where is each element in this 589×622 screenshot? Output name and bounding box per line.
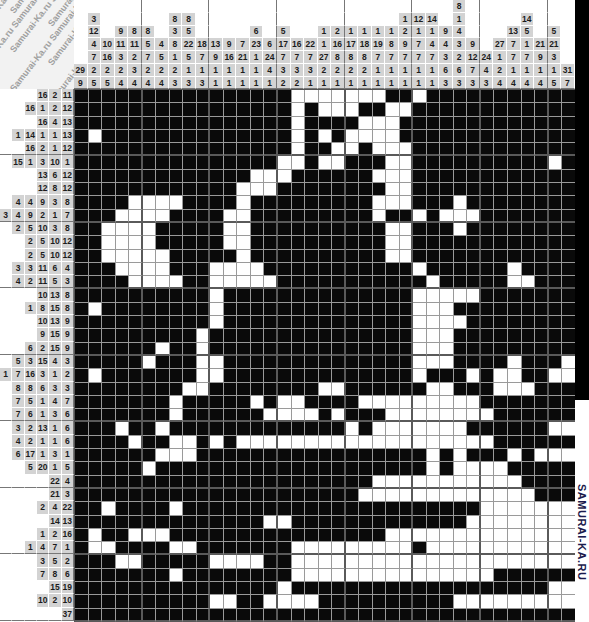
grid-cell-filled[interactable] bbox=[129, 143, 143, 156]
grid-cell-empty[interactable] bbox=[467, 369, 481, 382]
grid-cell-filled[interactable] bbox=[197, 316, 211, 329]
grid-cell-filled[interactable] bbox=[156, 156, 170, 169]
grid-cell-filled[interactable] bbox=[170, 582, 184, 595]
grid-cell-filled[interactable] bbox=[264, 103, 278, 116]
grid-cell-filled[interactable] bbox=[522, 343, 536, 356]
grid-cell-empty[interactable] bbox=[224, 263, 238, 276]
grid-cell-empty[interactable] bbox=[386, 409, 400, 422]
grid-cell-filled[interactable] bbox=[400, 276, 414, 289]
grid-cell-filled[interactable] bbox=[359, 156, 373, 169]
grid-cell-filled[interactable] bbox=[156, 90, 170, 103]
grid-cell-filled[interactable] bbox=[400, 595, 414, 608]
grid-cell-filled[interactable] bbox=[89, 329, 103, 342]
grid-cell-filled[interactable] bbox=[156, 516, 170, 529]
grid-cell-empty[interactable] bbox=[440, 555, 454, 568]
grid-cell-filled[interactable] bbox=[535, 476, 549, 489]
grid-cell-filled[interactable] bbox=[237, 103, 251, 116]
grid-cell-filled[interactable] bbox=[305, 462, 319, 475]
grid-cell-filled[interactable] bbox=[210, 609, 224, 622]
grid-cell-empty[interactable] bbox=[508, 489, 522, 502]
grid-cell-empty[interactable] bbox=[332, 542, 346, 555]
grid-cell-filled[interactable] bbox=[386, 369, 400, 382]
grid-cell-empty[interactable] bbox=[454, 289, 468, 302]
grid-cell-filled[interactable] bbox=[440, 103, 454, 116]
grid-cell-empty[interactable] bbox=[522, 529, 536, 542]
grid-cell-filled[interactable] bbox=[467, 329, 481, 342]
grid-cell-filled[interactable] bbox=[129, 289, 143, 302]
grid-cell-empty[interactable] bbox=[373, 210, 387, 223]
grid-cell-empty[interactable] bbox=[292, 436, 306, 449]
grid-cell-empty[interactable] bbox=[494, 489, 508, 502]
grid-cell-filled[interactable] bbox=[522, 436, 536, 449]
grid-cell-filled[interactable] bbox=[224, 502, 238, 515]
grid-cell-filled[interactable] bbox=[143, 409, 157, 422]
grid-cell-filled[interactable] bbox=[305, 303, 319, 316]
grid-cell-empty[interactable] bbox=[305, 569, 319, 582]
grid-cell-filled[interactable] bbox=[75, 476, 89, 489]
grid-cell-empty[interactable] bbox=[386, 489, 400, 502]
grid-cell-filled[interactable] bbox=[494, 356, 508, 369]
grid-cell-empty[interactable] bbox=[549, 555, 563, 568]
grid-cell-filled[interactable] bbox=[170, 156, 184, 169]
grid-cell-empty[interactable] bbox=[427, 422, 441, 435]
grid-cell-filled[interactable] bbox=[75, 356, 89, 369]
grid-cell-filled[interactable] bbox=[75, 316, 89, 329]
grid-cell-empty[interactable] bbox=[494, 595, 508, 608]
grid-cell-filled[interactable] bbox=[170, 143, 184, 156]
grid-cell-filled[interactable] bbox=[143, 90, 157, 103]
grid-cell-filled[interactable] bbox=[143, 329, 157, 342]
grid-cell-filled[interactable] bbox=[102, 143, 116, 156]
grid-cell-filled[interactable] bbox=[264, 196, 278, 209]
grid-cell-filled[interactable] bbox=[535, 409, 549, 422]
grid-cell-empty[interactable] bbox=[562, 595, 576, 608]
grid-cell-filled[interactable] bbox=[549, 316, 563, 329]
grid-cell-filled[interactable] bbox=[535, 316, 549, 329]
grid-cell-empty[interactable] bbox=[237, 210, 251, 223]
grid-cell-filled[interactable] bbox=[237, 489, 251, 502]
grid-cell-empty[interactable] bbox=[332, 383, 346, 396]
grid-cell-filled[interactable] bbox=[494, 223, 508, 236]
grid-cell-empty[interactable] bbox=[292, 542, 306, 555]
grid-cell-empty[interactable] bbox=[400, 156, 414, 169]
grid-cell-filled[interactable] bbox=[562, 409, 576, 422]
grid-cell-filled[interactable] bbox=[251, 489, 265, 502]
grid-cell-filled[interactable] bbox=[278, 529, 292, 542]
grid-cell-filled[interactable] bbox=[522, 103, 536, 116]
grid-cell-empty[interactable] bbox=[440, 210, 454, 223]
grid-cell-filled[interactable] bbox=[535, 143, 549, 156]
grid-cell-filled[interactable] bbox=[143, 117, 157, 130]
grid-cell-filled[interactable] bbox=[427, 143, 441, 156]
grid-cell-filled[interactable] bbox=[481, 356, 495, 369]
grid-cell-filled[interactable] bbox=[156, 609, 170, 622]
grid-cell-filled[interactable] bbox=[549, 196, 563, 209]
grid-cell-empty[interactable] bbox=[522, 516, 536, 529]
grid-cell-filled[interactable] bbox=[467, 582, 481, 595]
grid-cell-filled[interactable] bbox=[156, 183, 170, 196]
grid-cell-empty[interactable] bbox=[440, 303, 454, 316]
grid-cell-empty[interactable] bbox=[210, 316, 224, 329]
grid-cell-filled[interactable] bbox=[549, 90, 563, 103]
grid-cell-filled[interactable] bbox=[549, 436, 563, 449]
grid-cell-filled[interactable] bbox=[549, 569, 563, 582]
grid-cell-filled[interactable] bbox=[75, 422, 89, 435]
grid-cell-filled[interactable] bbox=[346, 170, 360, 183]
grid-cell-filled[interactable] bbox=[170, 250, 184, 263]
grid-cell-filled[interactable] bbox=[75, 130, 89, 143]
grid-cell-filled[interactable] bbox=[264, 396, 278, 409]
grid-cell-filled[interactable] bbox=[467, 263, 481, 276]
grid-cell-filled[interactable] bbox=[251, 103, 265, 116]
grid-cell-filled[interactable] bbox=[508, 250, 522, 263]
grid-cell-filled[interactable] bbox=[346, 502, 360, 515]
grid-cell-filled[interactable] bbox=[251, 595, 265, 608]
grid-cell-empty[interactable] bbox=[522, 502, 536, 515]
grid-cell-empty[interactable] bbox=[143, 356, 157, 369]
grid-cell-filled[interactable] bbox=[75, 436, 89, 449]
grid-cell-empty[interactable] bbox=[278, 170, 292, 183]
grid-cell-filled[interactable] bbox=[481, 289, 495, 302]
grid-cell-filled[interactable] bbox=[197, 436, 211, 449]
grid-cell-filled[interactable] bbox=[210, 462, 224, 475]
grid-cell-filled[interactable] bbox=[210, 130, 224, 143]
grid-cell-filled[interactable] bbox=[467, 90, 481, 103]
grid-cell-filled[interactable] bbox=[319, 236, 333, 249]
grid-cell-filled[interactable] bbox=[102, 595, 116, 608]
grid-cell-filled[interactable] bbox=[183, 143, 197, 156]
grid-cell-filled[interactable] bbox=[413, 156, 427, 169]
grid-cell-filled[interactable] bbox=[102, 329, 116, 342]
grid-cell-filled[interactable] bbox=[183, 502, 197, 515]
grid-cell-filled[interactable] bbox=[89, 196, 103, 209]
grid-cell-empty[interactable] bbox=[156, 196, 170, 209]
grid-cell-filled[interactable] bbox=[454, 343, 468, 356]
grid-cell-filled[interactable] bbox=[129, 476, 143, 489]
grid-cell-filled[interactable] bbox=[427, 582, 441, 595]
grid-cell-filled[interactable] bbox=[89, 449, 103, 462]
grid-cell-filled[interactable] bbox=[237, 422, 251, 435]
grid-cell-empty[interactable] bbox=[129, 263, 143, 276]
grid-cell-empty[interactable] bbox=[427, 316, 441, 329]
grid-cell-empty[interactable] bbox=[427, 289, 441, 302]
grid-cell-empty[interactable] bbox=[440, 409, 454, 422]
grid-cell-filled[interactable] bbox=[359, 276, 373, 289]
grid-cell-filled[interactable] bbox=[264, 582, 278, 595]
grid-cell-filled[interactable] bbox=[535, 250, 549, 263]
grid-cell-filled[interactable] bbox=[562, 183, 576, 196]
grid-cell-empty[interactable] bbox=[170, 396, 184, 409]
grid-cell-filled[interactable] bbox=[170, 263, 184, 276]
grid-cell-filled[interactable] bbox=[346, 489, 360, 502]
grid-cell-filled[interactable] bbox=[237, 143, 251, 156]
grid-cell-filled[interactable] bbox=[197, 250, 211, 263]
grid-cell-empty[interactable] bbox=[102, 542, 116, 555]
grid-cell-filled[interactable] bbox=[237, 303, 251, 316]
grid-cell-filled[interactable] bbox=[75, 90, 89, 103]
grid-cell-empty[interactable] bbox=[481, 462, 495, 475]
grid-cell-filled[interactable] bbox=[116, 409, 130, 422]
grid-cell-filled[interactable] bbox=[346, 117, 360, 130]
grid-cell-filled[interactable] bbox=[494, 210, 508, 223]
grid-cell-filled[interactable] bbox=[373, 183, 387, 196]
grid-cell-filled[interactable] bbox=[292, 383, 306, 396]
grid-cell-filled[interactable] bbox=[440, 130, 454, 143]
grid-cell-filled[interactable] bbox=[170, 329, 184, 342]
grid-cell-filled[interactable] bbox=[237, 396, 251, 409]
grid-cell-empty[interactable] bbox=[332, 90, 346, 103]
grid-cell-empty[interactable] bbox=[116, 250, 130, 263]
grid-cell-filled[interactable] bbox=[535, 276, 549, 289]
grid-cell-filled[interactable] bbox=[116, 369, 130, 382]
grid-cell-filled[interactable] bbox=[116, 383, 130, 396]
grid-cell-filled[interactable] bbox=[278, 103, 292, 116]
grid-cell-empty[interactable] bbox=[454, 210, 468, 223]
grid-cell-empty[interactable] bbox=[562, 542, 576, 555]
grid-cell-filled[interactable] bbox=[386, 582, 400, 595]
grid-cell-filled[interactable] bbox=[481, 210, 495, 223]
grid-cell-empty[interactable] bbox=[237, 276, 251, 289]
grid-cell-filled[interactable] bbox=[535, 156, 549, 169]
grid-cell-empty[interactable] bbox=[481, 409, 495, 422]
grid-cell-filled[interactable] bbox=[346, 276, 360, 289]
grid-cell-empty[interactable] bbox=[102, 250, 116, 263]
grid-cell-empty[interactable] bbox=[278, 156, 292, 169]
grid-cell-empty[interactable] bbox=[427, 449, 441, 462]
grid-cell-filled[interactable] bbox=[251, 383, 265, 396]
grid-cell-empty[interactable] bbox=[454, 542, 468, 555]
grid-cell-empty[interactable] bbox=[332, 409, 346, 422]
grid-cell-filled[interactable] bbox=[237, 170, 251, 183]
grid-cell-filled[interactable] bbox=[292, 369, 306, 382]
grid-cell-filled[interactable] bbox=[264, 609, 278, 622]
grid-cell-filled[interactable] bbox=[183, 183, 197, 196]
grid-cell-filled[interactable] bbox=[264, 529, 278, 542]
grid-cell-filled[interactable] bbox=[143, 595, 157, 608]
grid-cell-empty[interactable] bbox=[116, 555, 130, 568]
grid-cell-filled[interactable] bbox=[467, 156, 481, 169]
grid-cell-filled[interactable] bbox=[562, 489, 576, 502]
grid-cell-filled[interactable] bbox=[156, 143, 170, 156]
grid-cell-filled[interactable] bbox=[183, 303, 197, 316]
grid-cell-filled[interactable] bbox=[454, 236, 468, 249]
grid-cell-filled[interactable] bbox=[278, 130, 292, 143]
grid-cell-empty[interactable] bbox=[278, 409, 292, 422]
grid-cell-filled[interactable] bbox=[319, 210, 333, 223]
grid-cell-filled[interactable] bbox=[170, 422, 184, 435]
grid-cell-filled[interactable] bbox=[224, 449, 238, 462]
grid-cell-empty[interactable] bbox=[562, 422, 576, 435]
grid-cell-filled[interactable] bbox=[305, 582, 319, 595]
grid-cell-empty[interactable] bbox=[481, 516, 495, 529]
grid-cell-filled[interactable] bbox=[535, 130, 549, 143]
grid-cell-filled[interactable] bbox=[454, 329, 468, 342]
grid-cell-filled[interactable] bbox=[292, 316, 306, 329]
grid-cell-filled[interactable] bbox=[89, 383, 103, 396]
grid-cell-filled[interactable] bbox=[562, 276, 576, 289]
grid-cell-filled[interactable] bbox=[481, 196, 495, 209]
grid-cell-filled[interactable] bbox=[454, 250, 468, 263]
grid-cell-filled[interactable] bbox=[264, 343, 278, 356]
grid-cell-filled[interactable] bbox=[305, 143, 319, 156]
grid-cell-filled[interactable] bbox=[359, 343, 373, 356]
grid-cell-filled[interactable] bbox=[237, 369, 251, 382]
grid-cell-empty[interactable] bbox=[508, 542, 522, 555]
grid-cell-filled[interactable] bbox=[89, 462, 103, 475]
grid-cell-filled[interactable] bbox=[494, 250, 508, 263]
grid-cell-filled[interactable] bbox=[116, 156, 130, 169]
grid-cell-empty[interactable] bbox=[413, 436, 427, 449]
grid-cell-filled[interactable] bbox=[305, 276, 319, 289]
grid-cell-filled[interactable] bbox=[373, 250, 387, 263]
grid-cell-empty[interactable] bbox=[292, 555, 306, 568]
grid-cell-filled[interactable] bbox=[197, 502, 211, 515]
grid-cell-filled[interactable] bbox=[535, 436, 549, 449]
grid-cell-filled[interactable] bbox=[75, 223, 89, 236]
grid-cell-filled[interactable] bbox=[440, 595, 454, 608]
grid-cell-filled[interactable] bbox=[251, 143, 265, 156]
grid-cell-empty[interactable] bbox=[467, 542, 481, 555]
grid-cell-filled[interactable] bbox=[494, 156, 508, 169]
grid-cell-empty[interactable] bbox=[454, 529, 468, 542]
grid-cell-filled[interactable] bbox=[494, 316, 508, 329]
grid-cell-filled[interactable] bbox=[143, 289, 157, 302]
grid-cell-filled[interactable] bbox=[332, 422, 346, 435]
grid-cell-empty[interactable] bbox=[224, 210, 238, 223]
grid-cell-filled[interactable] bbox=[170, 476, 184, 489]
grid-cell-filled[interactable] bbox=[481, 422, 495, 435]
grid-cell-filled[interactable] bbox=[264, 329, 278, 342]
grid-cell-empty[interactable] bbox=[454, 595, 468, 608]
grid-cell-filled[interactable] bbox=[278, 569, 292, 582]
grid-cell-filled[interactable] bbox=[264, 555, 278, 568]
grid-cell-filled[interactable] bbox=[183, 569, 197, 582]
grid-cell-filled[interactable] bbox=[278, 383, 292, 396]
grid-cell-filled[interactable] bbox=[346, 263, 360, 276]
grid-cell-empty[interactable] bbox=[481, 436, 495, 449]
grid-cell-filled[interactable] bbox=[89, 489, 103, 502]
grid-cell-filled[interactable] bbox=[549, 356, 563, 369]
grid-cell-filled[interactable] bbox=[400, 130, 414, 143]
grid-cell-filled[interactable] bbox=[359, 383, 373, 396]
grid-cell-filled[interactable] bbox=[75, 250, 89, 263]
grid-cell-filled[interactable] bbox=[197, 156, 211, 169]
grid-cell-filled[interactable] bbox=[319, 476, 333, 489]
grid-cell-empty[interactable] bbox=[400, 569, 414, 582]
grid-cell-filled[interactable] bbox=[467, 422, 481, 435]
grid-cell-empty[interactable] bbox=[224, 595, 238, 608]
grid-cell-filled[interactable] bbox=[427, 502, 441, 515]
grid-cell-empty[interactable] bbox=[373, 489, 387, 502]
grid-cell-filled[interactable] bbox=[305, 289, 319, 302]
grid-cell-filled[interactable] bbox=[305, 263, 319, 276]
grid-cell-filled[interactable] bbox=[129, 609, 143, 622]
grid-cell-filled[interactable] bbox=[102, 489, 116, 502]
grid-cell-filled[interactable] bbox=[332, 462, 346, 475]
grid-cell-filled[interactable] bbox=[346, 595, 360, 608]
grid-cell-filled[interactable] bbox=[535, 236, 549, 249]
nonogram-board[interactable] bbox=[74, 89, 576, 622]
grid-cell-filled[interactable] bbox=[427, 263, 441, 276]
grid-cell-empty[interactable] bbox=[494, 369, 508, 382]
grid-cell-filled[interactable] bbox=[183, 516, 197, 529]
grid-cell-filled[interactable] bbox=[292, 489, 306, 502]
grid-cell-filled[interactable] bbox=[264, 303, 278, 316]
grid-cell-filled[interactable] bbox=[467, 609, 481, 622]
grid-cell-filled[interactable] bbox=[481, 143, 495, 156]
grid-cell-empty[interactable] bbox=[413, 303, 427, 316]
grid-cell-empty[interactable] bbox=[359, 90, 373, 103]
grid-cell-filled[interactable] bbox=[129, 409, 143, 422]
grid-cell-filled[interactable] bbox=[129, 183, 143, 196]
grid-cell-filled[interactable] bbox=[427, 210, 441, 223]
grid-cell-filled[interactable] bbox=[210, 236, 224, 249]
grid-cell-filled[interactable] bbox=[75, 396, 89, 409]
grid-cell-empty[interactable] bbox=[454, 489, 468, 502]
grid-cell-empty[interactable] bbox=[373, 396, 387, 409]
grid-cell-filled[interactable] bbox=[183, 210, 197, 223]
grid-cell-filled[interactable] bbox=[332, 130, 346, 143]
grid-cell-filled[interactable] bbox=[319, 263, 333, 276]
grid-cell-filled[interactable] bbox=[562, 90, 576, 103]
grid-cell-filled[interactable] bbox=[319, 516, 333, 529]
grid-cell-empty[interactable] bbox=[197, 343, 211, 356]
grid-cell-filled[interactable] bbox=[170, 595, 184, 608]
grid-cell-filled[interactable] bbox=[102, 409, 116, 422]
grid-cell-filled[interactable] bbox=[373, 329, 387, 342]
grid-cell-empty[interactable] bbox=[440, 436, 454, 449]
grid-cell-filled[interactable] bbox=[129, 356, 143, 369]
grid-cell-empty[interactable] bbox=[454, 196, 468, 209]
grid-cell-filled[interactable] bbox=[413, 236, 427, 249]
grid-cell-filled[interactable] bbox=[346, 289, 360, 302]
grid-cell-filled[interactable] bbox=[332, 303, 346, 316]
grid-cell-empty[interactable] bbox=[210, 263, 224, 276]
grid-cell-filled[interactable] bbox=[197, 422, 211, 435]
grid-cell-filled[interactable] bbox=[440, 117, 454, 130]
grid-cell-filled[interactable] bbox=[535, 329, 549, 342]
grid-cell-empty[interactable] bbox=[319, 103, 333, 116]
grid-cell-empty[interactable] bbox=[427, 489, 441, 502]
grid-cell-filled[interactable] bbox=[522, 143, 536, 156]
grid-cell-filled[interactable] bbox=[197, 143, 211, 156]
grid-cell-filled[interactable] bbox=[481, 183, 495, 196]
grid-cell-empty[interactable] bbox=[319, 90, 333, 103]
grid-cell-filled[interactable] bbox=[359, 409, 373, 422]
grid-cell-filled[interactable] bbox=[75, 595, 89, 608]
grid-cell-filled[interactable] bbox=[319, 303, 333, 316]
grid-cell-filled[interactable] bbox=[508, 143, 522, 156]
grid-cell-filled[interactable] bbox=[156, 356, 170, 369]
grid-cell-empty[interactable] bbox=[454, 462, 468, 475]
grid-cell-filled[interactable] bbox=[508, 329, 522, 342]
grid-cell-filled[interactable] bbox=[143, 449, 157, 462]
grid-cell-filled[interactable] bbox=[481, 582, 495, 595]
grid-cell-filled[interactable] bbox=[197, 196, 211, 209]
grid-cell-filled[interactable] bbox=[467, 170, 481, 183]
grid-cell-filled[interactable] bbox=[278, 489, 292, 502]
grid-cell-filled[interactable] bbox=[319, 582, 333, 595]
grid-cell-filled[interactable] bbox=[224, 409, 238, 422]
grid-cell-filled[interactable] bbox=[251, 196, 265, 209]
grid-cell-filled[interactable] bbox=[170, 343, 184, 356]
grid-cell-filled[interactable] bbox=[278, 343, 292, 356]
grid-cell-filled[interactable] bbox=[129, 369, 143, 382]
grid-cell-filled[interactable] bbox=[549, 329, 563, 342]
grid-cell-empty[interactable] bbox=[373, 476, 387, 489]
grid-cell-empty[interactable] bbox=[427, 396, 441, 409]
grid-cell-filled[interactable] bbox=[183, 250, 197, 263]
